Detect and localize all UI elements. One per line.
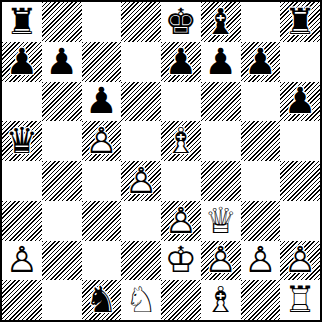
square-h7[interactable]	[280, 42, 320, 82]
square-f6[interactable]	[201, 82, 241, 122]
white-pawn: ♟♙	[2, 241, 42, 281]
piece-glyph: ♝	[201, 2, 241, 42]
piece-glyph: ♗	[201, 280, 241, 320]
square-e8[interactable]: ♚♚	[161, 2, 201, 42]
square-b3[interactable]	[42, 201, 82, 241]
piece-glyph: ♟	[161, 42, 201, 82]
black-king: ♚♚	[161, 2, 201, 42]
piece-glyph: ♟	[2, 42, 42, 82]
square-e4[interactable]	[161, 161, 201, 201]
piece-glyph: ♜	[280, 2, 320, 42]
square-a5[interactable]: ♛♛	[2, 121, 42, 161]
black-rook: ♜♜	[280, 2, 320, 42]
piece-glyph: ♜	[2, 2, 42, 42]
square-b4[interactable]	[42, 161, 82, 201]
white-knight: ♞♘	[121, 280, 161, 320]
black-queen: ♛♛	[2, 121, 42, 161]
square-b1[interactable]	[42, 280, 82, 320]
square-e1[interactable]	[161, 280, 201, 320]
square-g8[interactable]	[241, 2, 281, 42]
black-pawn: ♟♟	[42, 42, 82, 82]
piece-glyph: ♕	[201, 201, 241, 241]
square-f5[interactable]	[201, 121, 241, 161]
black-pawn: ♟♟	[161, 42, 201, 82]
square-h1[interactable]: ♜♖	[280, 280, 320, 320]
black-bishop: ♝♝	[201, 2, 241, 42]
square-a3[interactable]	[2, 201, 42, 241]
square-d7[interactable]	[121, 42, 161, 82]
square-c1[interactable]: ♞♞	[82, 280, 122, 320]
square-a1[interactable]	[2, 280, 42, 320]
white-king: ♚♔	[161, 241, 201, 281]
square-b7[interactable]: ♟♟	[42, 42, 82, 82]
square-d2[interactable]	[121, 241, 161, 281]
white-queen: ♛♕	[201, 201, 241, 241]
square-e5[interactable]: ♝♗	[161, 121, 201, 161]
square-a8[interactable]: ♜♜	[2, 2, 42, 42]
piece-glyph: ♚	[161, 2, 201, 42]
square-d3[interactable]	[121, 201, 161, 241]
square-h5[interactable]	[280, 121, 320, 161]
square-g1[interactable]	[241, 280, 281, 320]
square-e2[interactable]: ♚♔	[161, 241, 201, 281]
white-pawn: ♟♙	[280, 241, 320, 281]
white-pawn: ♟♙	[82, 121, 122, 161]
square-c6[interactable]: ♟♟	[82, 82, 122, 122]
black-rook: ♜♜	[2, 2, 42, 42]
white-pawn: ♟♙	[161, 201, 201, 241]
square-g2[interactable]: ♟♙	[241, 241, 281, 281]
piece-glyph: ♙	[280, 241, 320, 281]
black-knight: ♞♞	[82, 280, 122, 320]
black-pawn: ♟♟	[241, 42, 281, 82]
piece-glyph: ♔	[161, 241, 201, 281]
square-d4[interactable]: ♟♙	[121, 161, 161, 201]
square-h4[interactable]	[280, 161, 320, 201]
square-c4[interactable]	[82, 161, 122, 201]
square-e6[interactable]	[161, 82, 201, 122]
square-g5[interactable]	[241, 121, 281, 161]
square-e3[interactable]: ♟♙	[161, 201, 201, 241]
black-pawn: ♟♟	[2, 42, 42, 82]
square-f1[interactable]: ♝♗	[201, 280, 241, 320]
chess-board: ♜♜♚♚♝♝♜♜♟♟♟♟♟♟♟♟♟♟♟♟♟♟♛♛♟♙♝♗♟♙♟♙♛♕♟♙♚♔♟♙…	[0, 0, 322, 322]
square-d8[interactable]	[121, 2, 161, 42]
piece-glyph: ♛	[2, 121, 42, 161]
piece-glyph: ♗	[161, 121, 201, 161]
black-pawn: ♟♟	[82, 82, 122, 122]
square-b2[interactable]	[42, 241, 82, 281]
piece-glyph: ♟	[82, 82, 122, 122]
black-pawn: ♟♟	[280, 82, 320, 122]
square-g6[interactable]	[241, 82, 281, 122]
square-f7[interactable]: ♟♟	[201, 42, 241, 82]
square-d1[interactable]: ♞♘	[121, 280, 161, 320]
square-c8[interactable]	[82, 2, 122, 42]
square-h2[interactable]: ♟♙	[280, 241, 320, 281]
square-d5[interactable]	[121, 121, 161, 161]
white-pawn: ♟♙	[121, 161, 161, 201]
square-g3[interactable]	[241, 201, 281, 241]
piece-glyph: ♙	[2, 241, 42, 281]
piece-glyph: ♙	[121, 161, 161, 201]
square-a4[interactable]	[2, 161, 42, 201]
square-a2[interactable]: ♟♙	[2, 241, 42, 281]
black-pawn: ♟♟	[201, 42, 241, 82]
white-pawn: ♟♙	[201, 241, 241, 281]
piece-glyph: ♙	[82, 121, 122, 161]
square-f2[interactable]: ♟♙	[201, 241, 241, 281]
square-a6[interactable]	[2, 82, 42, 122]
piece-glyph: ♞	[82, 280, 122, 320]
piece-glyph: ♙	[241, 241, 281, 281]
square-f3[interactable]: ♛♕	[201, 201, 241, 241]
square-g7[interactable]: ♟♟	[241, 42, 281, 82]
square-a7[interactable]: ♟♟	[2, 42, 42, 82]
square-f8[interactable]: ♝♝	[201, 2, 241, 42]
piece-glyph: ♟	[241, 42, 281, 82]
piece-glyph: ♟	[201, 42, 241, 82]
piece-glyph: ♙	[201, 241, 241, 281]
square-g4[interactable]	[241, 161, 281, 201]
square-h3[interactable]	[280, 201, 320, 241]
piece-glyph: ♖	[280, 280, 320, 320]
white-pawn: ♟♙	[241, 241, 281, 281]
square-c5[interactable]: ♟♙	[82, 121, 122, 161]
square-c2[interactable]	[82, 241, 122, 281]
piece-glyph: ♘	[121, 280, 161, 320]
piece-glyph: ♟	[42, 42, 82, 82]
square-d6[interactable]	[121, 82, 161, 122]
square-f4[interactable]	[201, 161, 241, 201]
piece-glyph: ♙	[161, 201, 201, 241]
square-b6[interactable]	[42, 82, 82, 122]
square-h6[interactable]: ♟♟	[280, 82, 320, 122]
square-b8[interactable]	[42, 2, 82, 42]
white-bishop: ♝♗	[161, 121, 201, 161]
square-h8[interactable]: ♜♜	[280, 2, 320, 42]
piece-glyph: ♟	[280, 82, 320, 122]
white-bishop: ♝♗	[201, 280, 241, 320]
square-c7[interactable]	[82, 42, 122, 82]
white-rook: ♜♖	[280, 280, 320, 320]
square-b5[interactable]	[42, 121, 82, 161]
square-e7[interactable]: ♟♟	[161, 42, 201, 82]
square-c3[interactable]	[82, 201, 122, 241]
